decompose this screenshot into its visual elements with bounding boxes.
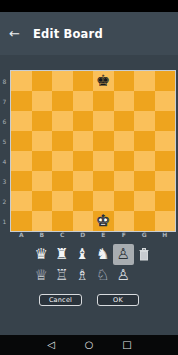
white-bishop-glyph: ♝ bbox=[76, 247, 89, 262]
board-square-b6[interactable] bbox=[32, 111, 53, 131]
board-square-f7[interactable] bbox=[114, 91, 135, 111]
board-square-a1[interactable] bbox=[11, 211, 32, 231]
board-square-a8[interactable] bbox=[11, 71, 32, 91]
board-square-h8[interactable] bbox=[155, 71, 176, 91]
board-square-e4[interactable] bbox=[93, 151, 114, 171]
board-square-g4[interactable] bbox=[134, 151, 155, 171]
board-square-e2[interactable] bbox=[93, 191, 114, 211]
file-label: E bbox=[93, 230, 114, 239]
palette-empty bbox=[134, 265, 155, 286]
trash-icon[interactable] bbox=[134, 244, 155, 265]
board-square-f6[interactable] bbox=[114, 111, 135, 131]
board-square-f2[interactable] bbox=[114, 191, 135, 211]
board-square-c5[interactable] bbox=[52, 131, 73, 151]
board-square-f3[interactable] bbox=[114, 171, 135, 191]
board-square-c2[interactable] bbox=[52, 191, 73, 211]
rank-label: 3 bbox=[0, 171, 9, 191]
board-square-h1[interactable] bbox=[155, 211, 176, 231]
board-square-d5[interactable] bbox=[73, 131, 94, 151]
white-king-piece: ♚ bbox=[96, 213, 110, 229]
board-square-h7[interactable] bbox=[155, 91, 176, 111]
black-knight-glyph: ♘ bbox=[96, 268, 109, 283]
back-arrow-icon[interactable]: ← bbox=[9, 27, 25, 40]
board-square-d1[interactable] bbox=[73, 211, 94, 231]
file-label: F bbox=[114, 230, 135, 239]
file-label: A bbox=[11, 230, 32, 239]
board-square-d6[interactable] bbox=[73, 111, 94, 131]
palette-black-knight[interactable]: ♘ bbox=[93, 265, 114, 286]
board-square-g1[interactable] bbox=[134, 211, 155, 231]
board-square-f5[interactable] bbox=[114, 131, 135, 151]
status-bar bbox=[0, 0, 178, 12]
board-square-g6[interactable] bbox=[134, 111, 155, 131]
rank-labels: 87654321 bbox=[0, 71, 9, 231]
board-square-d7[interactable] bbox=[73, 91, 94, 111]
nav-home-icon[interactable]: ○ bbox=[84, 340, 95, 350]
file-label: G bbox=[134, 230, 155, 239]
cancel-button[interactable]: Cancel bbox=[39, 294, 82, 306]
black-king-piece: ♚ bbox=[96, 73, 110, 89]
android-nav-bar: ◁ ○ □ bbox=[0, 335, 178, 355]
black-bishop-glyph: ♗ bbox=[76, 268, 89, 283]
board-square-e7[interactable] bbox=[93, 91, 114, 111]
file-label: D bbox=[73, 230, 94, 239]
board-square-c1[interactable] bbox=[52, 211, 73, 231]
palette-black-bishop[interactable]: ♗ bbox=[72, 265, 93, 286]
nav-back-icon[interactable]: ◁ bbox=[46, 340, 57, 350]
board-square-h5[interactable] bbox=[155, 131, 176, 151]
board-square-g2[interactable] bbox=[134, 191, 155, 211]
palette-white-rook[interactable]: ♜ bbox=[52, 244, 73, 265]
rank-label: 6 bbox=[0, 111, 9, 131]
chess-board[interactable]: ♚♚ bbox=[10, 70, 176, 232]
board-square-b2[interactable] bbox=[32, 191, 53, 211]
board-square-a3[interactable] bbox=[11, 171, 32, 191]
white-rook-glyph: ♜ bbox=[55, 247, 68, 262]
nav-recents-icon[interactable]: □ bbox=[122, 340, 133, 350]
black-queen-glyph: ♕ bbox=[35, 268, 48, 283]
board-square-g3[interactable] bbox=[134, 171, 155, 191]
board-square-e1[interactable]: ♚ bbox=[93, 211, 114, 231]
board-square-e5[interactable] bbox=[93, 131, 114, 151]
rank-label: 5 bbox=[0, 131, 9, 151]
board-square-b1[interactable] bbox=[32, 211, 53, 231]
file-labels: ABCDEFGH bbox=[11, 230, 175, 239]
board-square-g7[interactable] bbox=[134, 91, 155, 111]
board-square-c4[interactable] bbox=[52, 151, 73, 171]
board-square-f4[interactable] bbox=[114, 151, 135, 171]
board-square-a7[interactable] bbox=[11, 91, 32, 111]
palette-black-queen[interactable]: ♕ bbox=[31, 265, 52, 286]
board-square-b4[interactable] bbox=[32, 151, 53, 171]
black-rook-glyph: ♖ bbox=[55, 268, 68, 283]
file-label: B bbox=[32, 230, 53, 239]
board-square-g5[interactable] bbox=[134, 131, 155, 151]
board-square-b5[interactable] bbox=[32, 131, 53, 151]
piece-palette: ♛♜♝♞♙♕♖♗♘♙ bbox=[31, 244, 154, 286]
palette-white-pawn[interactable]: ♙ bbox=[113, 244, 134, 265]
palette-black-rook[interactable]: ♖ bbox=[52, 265, 73, 286]
board-square-h6[interactable] bbox=[155, 111, 176, 131]
board-square-f8[interactable] bbox=[114, 71, 135, 91]
app-header: ← Edit Board bbox=[0, 12, 178, 55]
ok-button[interactable]: OK bbox=[97, 294, 139, 306]
palette-white-bishop[interactable]: ♝ bbox=[72, 244, 93, 265]
black-pawn-glyph: ♙ bbox=[117, 268, 130, 283]
board-square-e6[interactable] bbox=[93, 111, 114, 131]
edit-board-screen: ← Edit Board 87654321 ♚♚ ABCDEFGH ♛♜♝♞♙♕… bbox=[0, 0, 178, 355]
board-square-b7[interactable] bbox=[32, 91, 53, 111]
board-square-c6[interactable] bbox=[52, 111, 73, 131]
board-square-a6[interactable] bbox=[11, 111, 32, 131]
rank-label: 4 bbox=[0, 151, 9, 171]
board-square-b3[interactable] bbox=[32, 171, 53, 191]
board-square-h3[interactable] bbox=[155, 171, 176, 191]
rank-label: 1 bbox=[0, 211, 9, 231]
board-square-c8[interactable] bbox=[52, 71, 73, 91]
rank-label: 2 bbox=[0, 191, 9, 211]
board-square-d2[interactable] bbox=[73, 191, 94, 211]
rank-label: 7 bbox=[0, 91, 9, 111]
board-square-e3[interactable] bbox=[93, 171, 114, 191]
board-square-g8[interactable] bbox=[134, 71, 155, 91]
board-square-e8[interactable]: ♚ bbox=[93, 71, 114, 91]
board-square-d8[interactable] bbox=[73, 71, 94, 91]
board-square-c3[interactable] bbox=[52, 171, 73, 191]
board-square-a4[interactable] bbox=[11, 151, 32, 171]
white-queen-glyph: ♛ bbox=[35, 247, 48, 262]
white-pawn-glyph: ♙ bbox=[117, 247, 130, 262]
file-label: H bbox=[155, 230, 176, 239]
board-square-c7[interactable] bbox=[52, 91, 73, 111]
board-square-h2[interactable] bbox=[155, 191, 176, 211]
file-label: C bbox=[52, 230, 73, 239]
board-square-b8[interactable] bbox=[32, 71, 53, 91]
board-square-d4[interactable] bbox=[73, 151, 94, 171]
board-square-d3[interactable] bbox=[73, 171, 94, 191]
board-square-a5[interactable] bbox=[11, 131, 32, 151]
page-title: Edit Board bbox=[33, 27, 103, 41]
palette-white-queen[interactable]: ♛ bbox=[31, 244, 52, 265]
palette-black-pawn[interactable]: ♙ bbox=[113, 265, 134, 286]
white-knight-glyph: ♞ bbox=[96, 247, 109, 262]
rank-label: 8 bbox=[0, 71, 9, 91]
board-square-f1[interactable] bbox=[114, 211, 135, 231]
board-square-h4[interactable] bbox=[155, 151, 176, 171]
palette-white-knight[interactable]: ♞ bbox=[93, 244, 114, 265]
board-square-a2[interactable] bbox=[11, 191, 32, 211]
